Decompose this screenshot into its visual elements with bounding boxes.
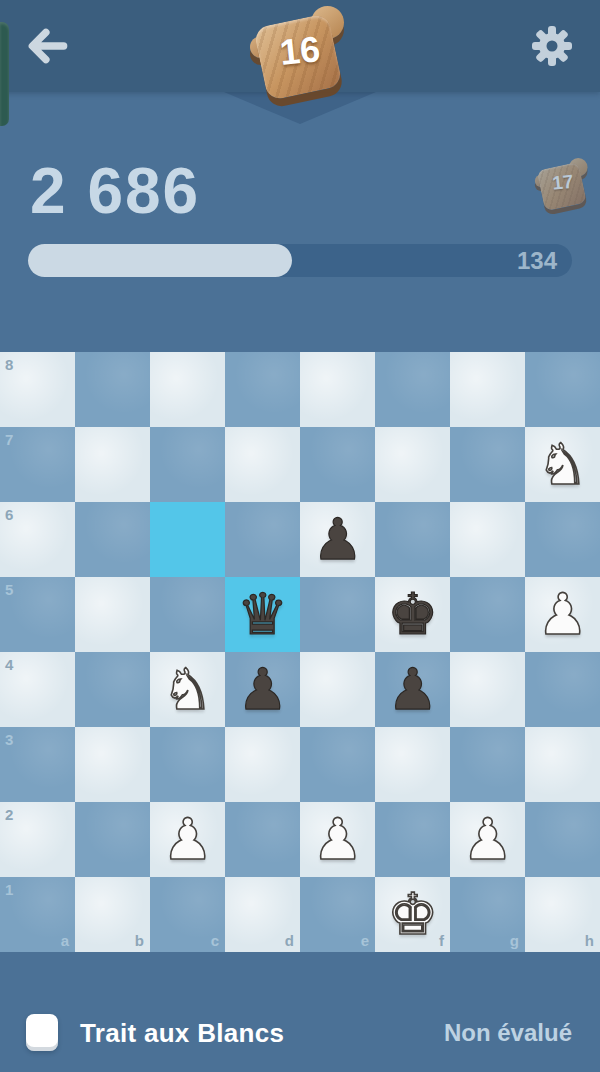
square-a8[interactable]: 8 [0, 352, 75, 427]
square-a6[interactable]: 6 [0, 502, 75, 577]
white-pawn[interactable]: ♟ [162, 802, 213, 877]
square-c6[interactable] [150, 502, 225, 577]
square-g8[interactable] [450, 352, 525, 427]
evaluation-label: Non évalué [444, 1019, 572, 1047]
back-button[interactable] [20, 22, 76, 72]
rank-label-3: 3 [5, 732, 13, 747]
square-c2[interactable]: ♟ [150, 802, 225, 877]
square-f3[interactable] [375, 727, 450, 802]
square-g5[interactable] [450, 577, 525, 652]
rank-label-6: 6 [5, 507, 13, 522]
square-e2[interactable]: ♟ [300, 802, 375, 877]
square-f5[interactable]: ♚ [375, 577, 450, 652]
square-d8[interactable] [225, 352, 300, 427]
black-pawn[interactable]: ♟ [312, 502, 363, 577]
square-d2[interactable] [225, 802, 300, 877]
score-value: 2 686 [30, 154, 200, 228]
settings-button[interactable] [524, 22, 580, 72]
square-e1[interactable]: e [300, 877, 375, 952]
square-b7[interactable] [75, 427, 150, 502]
file-label-d: d [285, 933, 294, 948]
rank-label-1: 1 [5, 882, 13, 897]
square-c3[interactable] [150, 727, 225, 802]
white-to-move-checkbox[interactable] [26, 1014, 58, 1051]
file-label-a: a [61, 933, 69, 948]
turn-label: Trait aux Blancs [80, 1018, 284, 1049]
square-a7[interactable]: 7 [0, 427, 75, 502]
white-king[interactable]: ♚ [387, 877, 438, 952]
file-label-c: c [211, 933, 219, 948]
square-g2[interactable]: ♟ [450, 802, 525, 877]
square-a4[interactable]: 4 [0, 652, 75, 727]
square-g6[interactable] [450, 502, 525, 577]
square-e6[interactable]: ♟ [300, 502, 375, 577]
file-label-g: g [510, 933, 519, 948]
square-e5[interactable] [300, 577, 375, 652]
file-label-e: e [361, 933, 369, 948]
square-g1[interactable]: g [450, 877, 525, 952]
square-d6[interactable] [225, 502, 300, 577]
square-g3[interactable] [450, 727, 525, 802]
square-f4[interactable]: ♟ [375, 652, 450, 727]
black-king[interactable]: ♚ [387, 577, 438, 652]
square-b2[interactable] [75, 802, 150, 877]
white-knight[interactable]: ♞ [162, 652, 213, 727]
level-badge: 16 [248, 6, 352, 106]
square-d1[interactable]: d [225, 877, 300, 952]
file-label-f: f [439, 933, 444, 948]
square-b4[interactable] [75, 652, 150, 727]
square-h7[interactable]: ♞ [525, 427, 600, 502]
square-h6[interactable] [525, 502, 600, 577]
square-g4[interactable] [450, 652, 525, 727]
square-h3[interactable] [525, 727, 600, 802]
square-h1[interactable]: h [525, 877, 600, 952]
square-b5[interactable] [75, 577, 150, 652]
drawer-handle[interactable] [0, 22, 9, 126]
black-pawn[interactable]: ♟ [387, 652, 438, 727]
black-queen[interactable]: ♛ [237, 577, 288, 652]
progress-bar: 134 [28, 244, 572, 277]
file-label-b: b [135, 933, 144, 948]
square-d5[interactable]: ♛ [225, 577, 300, 652]
square-a3[interactable]: 3 [0, 727, 75, 802]
square-d3[interactable] [225, 727, 300, 802]
square-f1[interactable]: f♚ [375, 877, 450, 952]
square-b8[interactable] [75, 352, 150, 427]
square-h4[interactable] [525, 652, 600, 727]
progress-fill [28, 244, 292, 277]
rank-label-5: 5 [5, 582, 13, 597]
rank-label-2: 2 [5, 807, 13, 822]
square-b6[interactable] [75, 502, 150, 577]
square-f6[interactable] [375, 502, 450, 577]
square-h8[interactable] [525, 352, 600, 427]
square-c8[interactable] [150, 352, 225, 427]
black-pawn[interactable]: ♟ [237, 652, 288, 727]
square-c4[interactable]: ♞ [150, 652, 225, 727]
rank-label-8: 8 [5, 357, 13, 372]
square-c1[interactable]: c [150, 877, 225, 952]
square-e8[interactable] [300, 352, 375, 427]
arrow-left-icon [25, 27, 71, 68]
square-e7[interactable] [300, 427, 375, 502]
square-f2[interactable] [375, 802, 450, 877]
square-e3[interactable] [300, 727, 375, 802]
white-pawn[interactable]: ♟ [462, 802, 513, 877]
square-h2[interactable] [525, 802, 600, 877]
rank-label-4: 4 [5, 657, 13, 672]
file-label-h: h [585, 933, 594, 948]
square-e4[interactable] [300, 652, 375, 727]
square-c7[interactable] [150, 427, 225, 502]
square-g7[interactable] [450, 427, 525, 502]
square-h5[interactable]: ♟ [525, 577, 600, 652]
progress-count: 134 [517, 247, 557, 275]
white-knight[interactable]: ♞ [537, 427, 588, 502]
square-d4[interactable]: ♟ [225, 652, 300, 727]
white-pawn[interactable]: ♟ [312, 802, 363, 877]
gear-icon [531, 25, 573, 70]
chess-board: 87♞6♟5♛♚♟4♞♟♟32♟♟♟1abcdef♚gh [0, 352, 600, 952]
app-screen: 16 2 686 17 134 87♞6♟5♛♚♟4♞♟♟32♟♟♟1abcde… [0, 0, 600, 1072]
white-pawn[interactable]: ♟ [537, 577, 588, 652]
square-d7[interactable] [225, 427, 300, 502]
square-a5[interactable]: 5 [0, 577, 75, 652]
next-level-badge: 17 [534, 158, 592, 214]
square-b1[interactable]: b [75, 877, 150, 952]
square-a2[interactable]: 2 [0, 802, 75, 877]
square-a1[interactable]: 1a [0, 877, 75, 952]
square-c5[interactable] [150, 577, 225, 652]
rank-label-7: 7 [5, 432, 13, 447]
square-f7[interactable] [375, 427, 450, 502]
square-b3[interactable] [75, 727, 150, 802]
square-f8[interactable] [375, 352, 450, 427]
